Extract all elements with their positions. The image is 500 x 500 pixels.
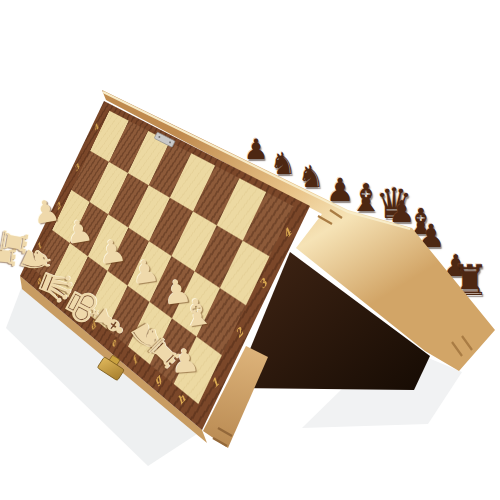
fold-hinge-icon [154,132,175,147]
hardware-layer [0,0,500,500]
brass-clasp-icon [97,352,127,381]
chess-set-product-photo: ♟♞♞♟♝♛♟♝♟♟♜ 44332211abcdefgh [0,0,500,500]
light-piece-pawn: ♟ [63,215,95,249]
light-piece-bishop: ♝ [179,293,216,333]
light-piece-pawn: ♟ [96,235,128,270]
light-piece-pawn: ♟ [169,344,200,378]
light-piece-pawn: ♟ [30,195,62,229]
light-piece-pawn: ♟ [129,255,161,290]
